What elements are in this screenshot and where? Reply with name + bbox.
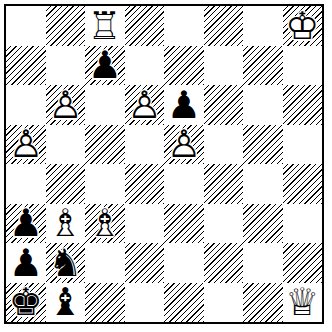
piece-black-king[interactable]: ♚♚ bbox=[6, 283, 46, 323]
square-h8[interactable]: ♚♔ bbox=[283, 6, 323, 46]
piece-white-pawn[interactable]: ♟♙ bbox=[125, 85, 165, 125]
square-h6[interactable] bbox=[283, 85, 323, 125]
square-c8[interactable]: ♜♖ bbox=[85, 6, 125, 46]
square-g4[interactable] bbox=[243, 164, 283, 204]
square-b3[interactable]: ♝♗ bbox=[46, 204, 86, 244]
square-b7[interactable] bbox=[46, 46, 86, 86]
piece-glyph: ♗ bbox=[46, 204, 86, 244]
piece-glyph: ♔ bbox=[283, 6, 323, 46]
piece-white-pawn[interactable]: ♟♙ bbox=[164, 125, 204, 165]
piece-glyph: ♟ bbox=[164, 85, 204, 125]
piece-white-rook[interactable]: ♜♖ bbox=[85, 6, 125, 46]
square-d8[interactable] bbox=[125, 6, 165, 46]
square-c7[interactable]: ♟♟ bbox=[85, 46, 125, 86]
square-h5[interactable] bbox=[283, 125, 323, 165]
square-f5[interactable] bbox=[204, 125, 244, 165]
square-e4[interactable] bbox=[164, 164, 204, 204]
square-g2[interactable] bbox=[243, 243, 283, 283]
square-e1[interactable] bbox=[164, 283, 204, 323]
square-c6[interactable] bbox=[85, 85, 125, 125]
square-f1[interactable] bbox=[204, 283, 244, 323]
square-e8[interactable] bbox=[164, 6, 204, 46]
square-a3[interactable]: ♟♟ bbox=[6, 204, 46, 244]
square-c3[interactable]: ♝♗ bbox=[85, 204, 125, 244]
square-e6[interactable]: ♟♟ bbox=[164, 85, 204, 125]
square-g5[interactable] bbox=[243, 125, 283, 165]
square-e5[interactable]: ♟♙ bbox=[164, 125, 204, 165]
square-c2[interactable] bbox=[85, 243, 125, 283]
square-a5[interactable]: ♟♙ bbox=[6, 125, 46, 165]
square-d7[interactable] bbox=[125, 46, 165, 86]
square-b5[interactable] bbox=[46, 125, 86, 165]
piece-glyph: ♖ bbox=[85, 6, 125, 46]
square-h3[interactable] bbox=[283, 204, 323, 244]
square-g6[interactable] bbox=[243, 85, 283, 125]
square-a2[interactable]: ♟♟ bbox=[6, 243, 46, 283]
piece-black-pawn[interactable]: ♟♟ bbox=[85, 46, 125, 86]
piece-glyph: ♙ bbox=[6, 125, 46, 165]
square-h7[interactable] bbox=[283, 46, 323, 86]
square-g1[interactable] bbox=[243, 283, 283, 323]
square-g7[interactable] bbox=[243, 46, 283, 86]
piece-glyph: ♙ bbox=[164, 125, 204, 165]
square-e2[interactable] bbox=[164, 243, 204, 283]
square-d3[interactable] bbox=[125, 204, 165, 244]
piece-white-bishop[interactable]: ♝♗ bbox=[85, 204, 125, 244]
square-b6[interactable]: ♟♙ bbox=[46, 85, 86, 125]
square-f8[interactable] bbox=[204, 6, 244, 46]
square-f4[interactable] bbox=[204, 164, 244, 204]
square-b8[interactable] bbox=[46, 6, 86, 46]
square-f2[interactable] bbox=[204, 243, 244, 283]
piece-glyph: ♝ bbox=[46, 283, 86, 323]
piece-black-pawn[interactable]: ♟♟ bbox=[164, 85, 204, 125]
square-b1[interactable]: ♝♝ bbox=[46, 283, 86, 323]
square-a1[interactable]: ♚♚ bbox=[6, 283, 46, 323]
piece-glyph: ♟ bbox=[6, 243, 46, 283]
square-a8[interactable] bbox=[6, 6, 46, 46]
piece-black-bishop[interactable]: ♝♝ bbox=[46, 283, 86, 323]
piece-glyph: ♙ bbox=[46, 85, 86, 125]
piece-black-pawn[interactable]: ♟♟ bbox=[6, 243, 46, 283]
square-d6[interactable]: ♟♙ bbox=[125, 85, 165, 125]
square-a6[interactable] bbox=[6, 85, 46, 125]
piece-glyph: ♙ bbox=[125, 85, 165, 125]
square-c5[interactable] bbox=[85, 125, 125, 165]
piece-white-pawn[interactable]: ♟♙ bbox=[46, 85, 86, 125]
piece-white-queen[interactable]: ♛♕ bbox=[283, 283, 323, 323]
piece-glyph: ♟ bbox=[6, 204, 46, 244]
square-c4[interactable] bbox=[85, 164, 125, 204]
square-b2[interactable]: ♞♞ bbox=[46, 243, 86, 283]
chess-board: ♜♖♚♔♟♟♟♙♟♙♟♟♟♙♟♙♟♟♝♗♝♗♟♟♞♞♚♚♝♝♛♕ bbox=[4, 4, 324, 324]
piece-glyph: ♟ bbox=[85, 46, 125, 86]
square-b4[interactable] bbox=[46, 164, 86, 204]
piece-black-knight[interactable]: ♞♞ bbox=[46, 243, 86, 283]
square-d5[interactable] bbox=[125, 125, 165, 165]
square-a7[interactable] bbox=[6, 46, 46, 86]
square-e3[interactable] bbox=[164, 204, 204, 244]
square-h2[interactable] bbox=[283, 243, 323, 283]
square-f6[interactable] bbox=[204, 85, 244, 125]
square-d1[interactable] bbox=[125, 283, 165, 323]
piece-glyph: ♗ bbox=[85, 204, 125, 244]
square-c1[interactable] bbox=[85, 283, 125, 323]
square-f7[interactable] bbox=[204, 46, 244, 86]
piece-white-bishop[interactable]: ♝♗ bbox=[46, 204, 86, 244]
square-d4[interactable] bbox=[125, 164, 165, 204]
square-g8[interactable] bbox=[243, 6, 283, 46]
piece-white-pawn[interactable]: ♟♙ bbox=[6, 125, 46, 165]
piece-glyph: ♚ bbox=[6, 283, 46, 323]
piece-glyph: ♞ bbox=[46, 243, 86, 283]
square-d2[interactable] bbox=[125, 243, 165, 283]
square-g3[interactable] bbox=[243, 204, 283, 244]
square-a4[interactable] bbox=[6, 164, 46, 204]
square-e7[interactable] bbox=[164, 46, 204, 86]
piece-black-pawn[interactable]: ♟♟ bbox=[6, 204, 46, 244]
piece-white-king[interactable]: ♚♔ bbox=[283, 6, 323, 46]
square-h1[interactable]: ♛♕ bbox=[283, 283, 323, 323]
square-f3[interactable] bbox=[204, 204, 244, 244]
chess-diagram: ♜♖♚♔♟♟♟♙♟♙♟♟♟♙♟♙♟♟♝♗♝♗♟♟♞♞♚♚♝♝♛♕ bbox=[0, 0, 332, 332]
piece-glyph: ♕ bbox=[283, 283, 323, 323]
square-h4[interactable] bbox=[283, 164, 323, 204]
